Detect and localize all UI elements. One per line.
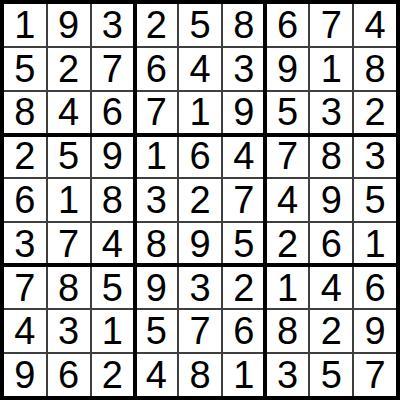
cell-r4c9[interactable]: 3 (354, 135, 396, 177)
cell-r5c7[interactable]: 4 (267, 179, 309, 221)
cell-r1c3[interactable]: 3 (92, 4, 134, 46)
cell-r3c4[interactable]: 7 (135, 92, 177, 134)
cell-r3c6[interactable]: 9 (223, 92, 265, 134)
cell-r2c4[interactable]: 6 (135, 48, 177, 90)
cell-r8c7[interactable]: 8 (267, 310, 309, 352)
cell-r5c1[interactable]: 6 (4, 179, 46, 221)
cell-r8c4[interactable]: 5 (135, 310, 177, 352)
cell-r9c3[interactable]: 2 (92, 354, 134, 396)
cell-r1c1[interactable]: 1 (4, 4, 46, 46)
cell-r3c3[interactable]: 6 (92, 92, 134, 134)
cell-r4c2[interactable]: 5 (48, 135, 90, 177)
cell-r9c8[interactable]: 5 (310, 354, 352, 396)
cell-r7c8[interactable]: 4 (310, 267, 352, 309)
cell-r7c3[interactable]: 5 (92, 267, 134, 309)
cell-r8c1[interactable]: 4 (4, 310, 46, 352)
box-divider-vertical-1 (133, 4, 137, 396)
cell-r9c4[interactable]: 4 (135, 354, 177, 396)
cell-r9c5[interactable]: 8 (179, 354, 221, 396)
cell-r4c5[interactable]: 6 (179, 135, 221, 177)
cell-r2c6[interactable]: 3 (223, 48, 265, 90)
cell-r3c2[interactable]: 4 (48, 92, 90, 134)
cell-r2c3[interactable]: 7 (92, 48, 134, 90)
cell-r1c4[interactable]: 2 (135, 4, 177, 46)
cell-r6c9[interactable]: 1 (354, 223, 396, 265)
cell-r7c4[interactable]: 9 (135, 267, 177, 309)
cell-r8c3[interactable]: 1 (92, 310, 134, 352)
cell-r8c8[interactable]: 2 (310, 310, 352, 352)
cell-r8c9[interactable]: 9 (354, 310, 396, 352)
cell-r1c9[interactable]: 4 (354, 4, 396, 46)
cell-r6c8[interactable]: 6 (310, 223, 352, 265)
cell-r9c1[interactable]: 9 (4, 354, 46, 396)
cell-r1c6[interactable]: 8 (223, 4, 265, 46)
cell-r5c5[interactable]: 2 (179, 179, 221, 221)
cell-r7c1[interactable]: 7 (4, 267, 46, 309)
cell-r4c1[interactable]: 2 (4, 135, 46, 177)
cell-r8c6[interactable]: 6 (223, 310, 265, 352)
cell-r7c9[interactable]: 6 (354, 267, 396, 309)
cell-r3c8[interactable]: 3 (310, 92, 352, 134)
box-divider-horizontal-2 (4, 263, 396, 267)
cell-r9c7[interactable]: 3 (267, 354, 309, 396)
cell-r7c5[interactable]: 3 (179, 267, 221, 309)
cell-r2c2[interactable]: 2 (48, 48, 90, 90)
cell-r2c9[interactable]: 8 (354, 48, 396, 90)
cell-r1c5[interactable]: 5 (179, 4, 221, 46)
cell-r1c8[interactable]: 7 (310, 4, 352, 46)
cell-r5c4[interactable]: 3 (135, 179, 177, 221)
cell-r4c6[interactable]: 4 (223, 135, 265, 177)
cell-r9c2[interactable]: 6 (48, 354, 90, 396)
cell-r5c2[interactable]: 1 (48, 179, 90, 221)
cell-r6c7[interactable]: 2 (267, 223, 309, 265)
cell-r2c1[interactable]: 5 (4, 48, 46, 90)
cell-r2c5[interactable]: 4 (179, 48, 221, 90)
cell-r1c7[interactable]: 6 (267, 4, 309, 46)
cell-r2c7[interactable]: 9 (267, 48, 309, 90)
cell-r5c6[interactable]: 7 (223, 179, 265, 221)
cell-r7c7[interactable]: 1 (267, 267, 309, 309)
cell-r6c6[interactable]: 5 (223, 223, 265, 265)
cell-r4c3[interactable]: 9 (92, 135, 134, 177)
cell-r7c2[interactable]: 8 (48, 267, 90, 309)
cell-r9c6[interactable]: 1 (223, 354, 265, 396)
cell-r3c1[interactable]: 8 (4, 92, 46, 134)
cell-r2c8[interactable]: 1 (310, 48, 352, 90)
cell-r1c2[interactable]: 9 (48, 4, 90, 46)
cell-r6c3[interactable]: 4 (92, 223, 134, 265)
cell-r3c5[interactable]: 1 (179, 92, 221, 134)
cell-r9c9[interactable]: 7 (354, 354, 396, 396)
cell-r3c9[interactable]: 2 (354, 92, 396, 134)
cell-r6c4[interactable]: 8 (135, 223, 177, 265)
cell-r6c1[interactable]: 3 (4, 223, 46, 265)
cell-r6c2[interactable]: 7 (48, 223, 90, 265)
cell-r8c5[interactable]: 7 (179, 310, 221, 352)
cell-r4c4[interactable]: 1 (135, 135, 177, 177)
cell-r3c7[interactable]: 5 (267, 92, 309, 134)
cell-r6c5[interactable]: 9 (179, 223, 221, 265)
cell-r5c8[interactable]: 9 (310, 179, 352, 221)
sudoku-grid: 1932586745276439188467195322591647836183… (4, 4, 396, 396)
sudoku-board: 1932586745276439188467195322591647836183… (0, 0, 400, 400)
cell-r7c6[interactable]: 2 (223, 267, 265, 309)
cell-r4c7[interactable]: 7 (267, 135, 309, 177)
cell-r5c3[interactable]: 8 (92, 179, 134, 221)
cell-r4c8[interactable]: 8 (310, 135, 352, 177)
box-divider-horizontal-1 (4, 133, 396, 137)
box-divider-vertical-2 (263, 4, 267, 396)
cell-r5c9[interactable]: 5 (354, 179, 396, 221)
cell-r8c2[interactable]: 3 (48, 310, 90, 352)
